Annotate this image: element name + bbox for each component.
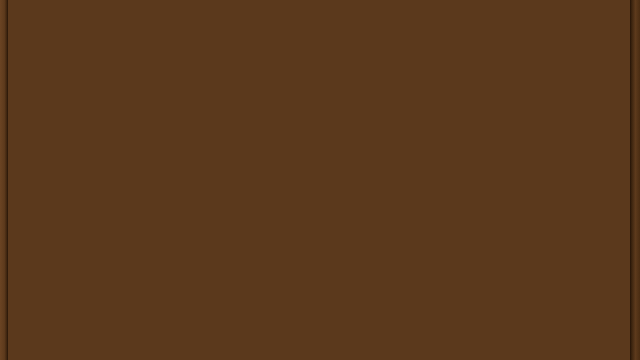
- board-border-right: [630, 0, 640, 360]
- board-grid: [8, 0, 630, 360]
- board-area: [8, 0, 630, 360]
- board-border-left: [0, 0, 8, 360]
